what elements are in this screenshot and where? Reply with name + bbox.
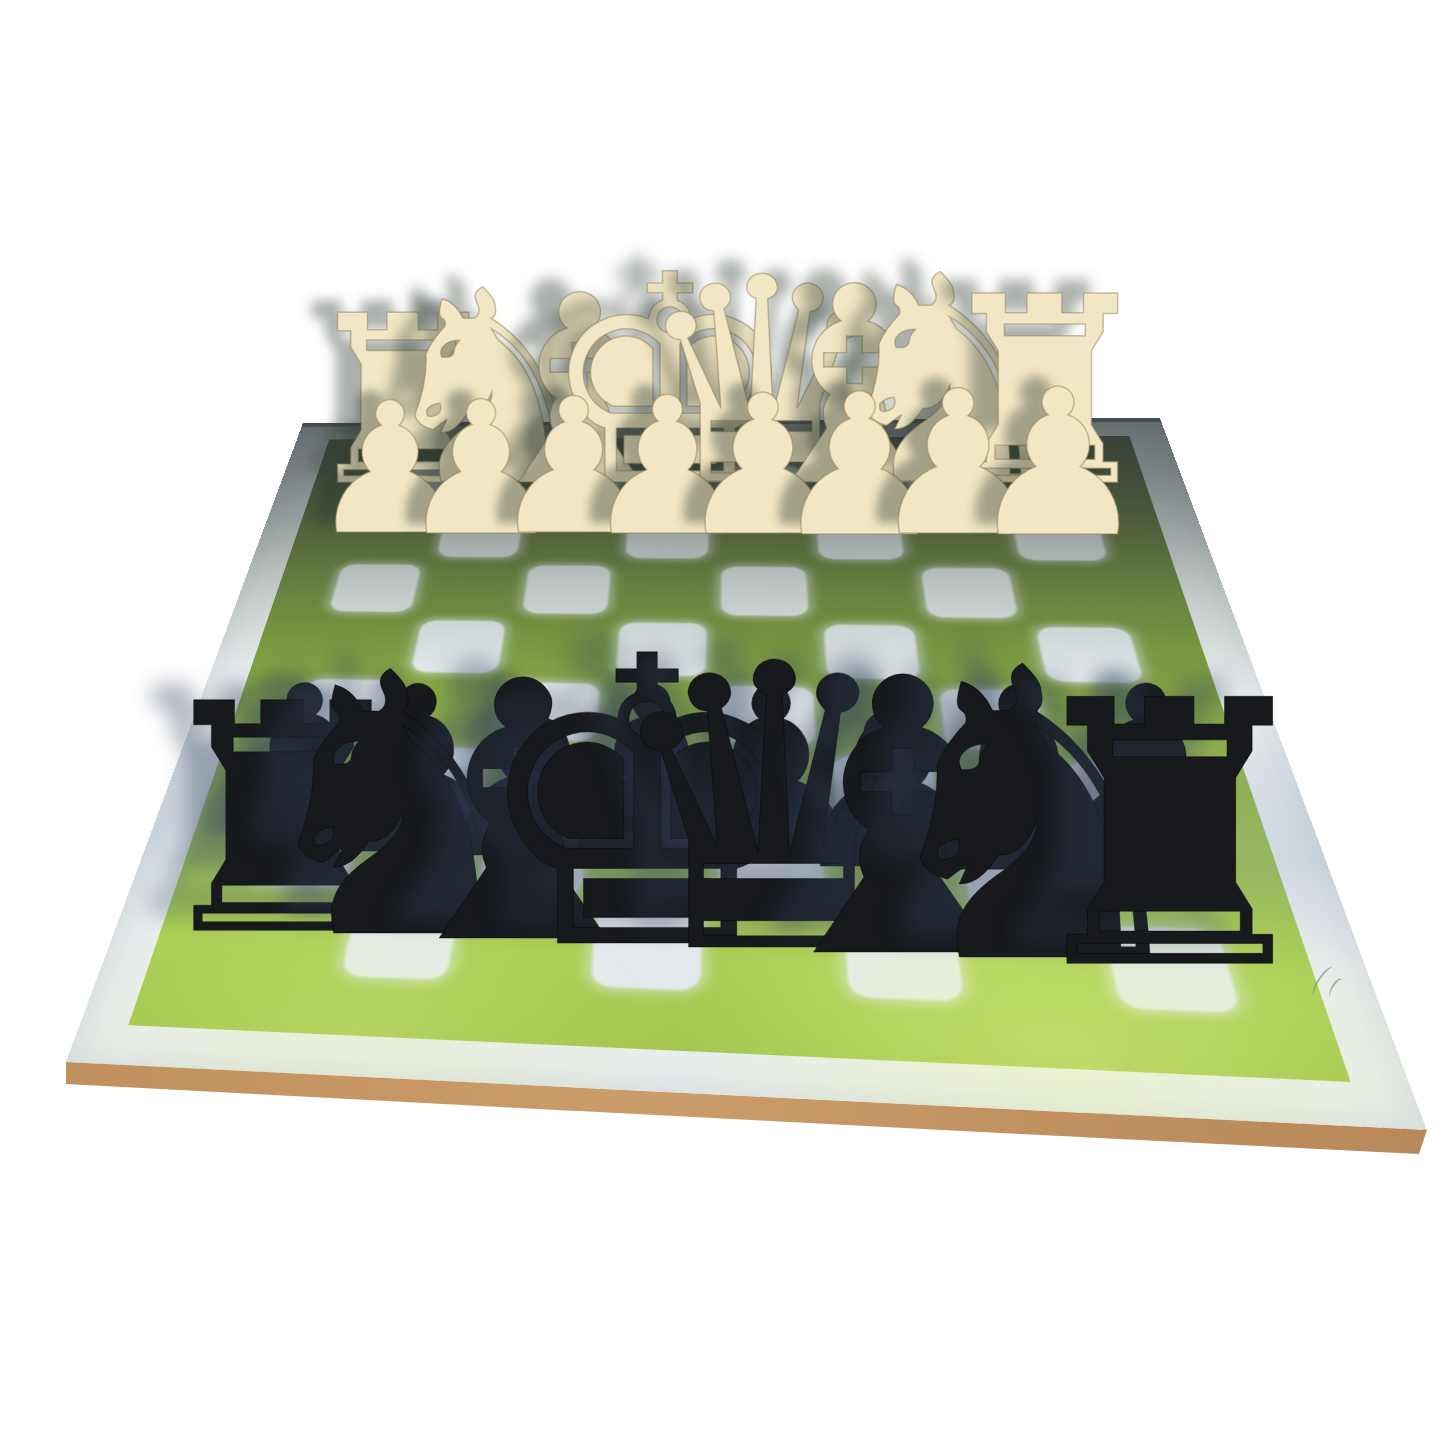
piece-black-rook-h8: ♜ bbox=[125, 707, 441, 978]
piece-black-pawn-g7: ♟ bbox=[303, 689, 533, 887]
piece-black-rook-a8: ♜ bbox=[987, 705, 1353, 1019]
photo-canvas: ♜♞♝♚♛♝♞♜♟♟♟♟♟♟♟♟♟♟♟♟♟♟♟♟♜♞♝♚♛♝♞♜ bbox=[0, 0, 1445, 1445]
piece-black-pawn-c7: ♟ bbox=[769, 690, 1018, 904]
piece-white-pawn-a2: ♟ bbox=[957, 391, 1160, 565]
piece-white-pawn-d2: ♟ bbox=[666, 397, 859, 563]
piece-white-rook-a1: ♜ bbox=[915, 299, 1174, 522]
piece-white-pawn-e2: ♟ bbox=[572, 399, 762, 563]
piece-black-king-e8: ♚ bbox=[448, 661, 847, 1004]
piece-white-pawn-h2: ♟ bbox=[299, 404, 480, 560]
piece-white-pawn-g2: ♟ bbox=[389, 402, 573, 561]
piece-white-knight-g1: ♞ bbox=[358, 295, 624, 524]
piece-black-pawn-a7: ♟ bbox=[1017, 691, 1276, 914]
piece-white-king-e1: ♚ bbox=[525, 278, 814, 527]
pieces-layer: ♜♞♝♚♛♝♞♜♟♟♟♟♟♟♟♟♟♟♟♟♟♟♟♟♜♞♝♚♛♝♞♜ bbox=[0, 0, 1445, 1445]
piece-white-bishop-c1: ♝ bbox=[718, 289, 991, 524]
piece-black-pawn-h7: ♟ bbox=[192, 689, 417, 883]
piece-white-queen-d1: ♛ bbox=[619, 281, 903, 526]
piece-black-pawn-e7: ♟ bbox=[532, 690, 771, 895]
piece-black-pawn-b7: ♟ bbox=[892, 691, 1146, 909]
piece-black-pawn-d7: ♟ bbox=[649, 690, 893, 900]
piece-white-pawn-f2: ♟ bbox=[480, 401, 667, 562]
piece-black-pawn-f7: ♟ bbox=[417, 690, 651, 891]
piece-white-knight-b1: ♞ bbox=[805, 279, 1092, 526]
piece-white-pawn-c2: ♟ bbox=[762, 395, 958, 564]
piece-black-queen-d8: ♛ bbox=[576, 669, 970, 1008]
piece-white-pawn-b2: ♟ bbox=[858, 393, 1057, 565]
piece-white-rook-h1: ♜ bbox=[287, 318, 520, 518]
piece-black-bishop-f8: ♝ bbox=[344, 686, 702, 994]
piece-black-knight-b8: ♞ bbox=[834, 673, 1236, 1019]
piece-white-bishop-f1: ♝ bbox=[449, 298, 710, 522]
piece-black-bishop-c8: ♝ bbox=[712, 684, 1093, 1012]
piece-black-knight-g8: ♞ bbox=[220, 678, 582, 990]
